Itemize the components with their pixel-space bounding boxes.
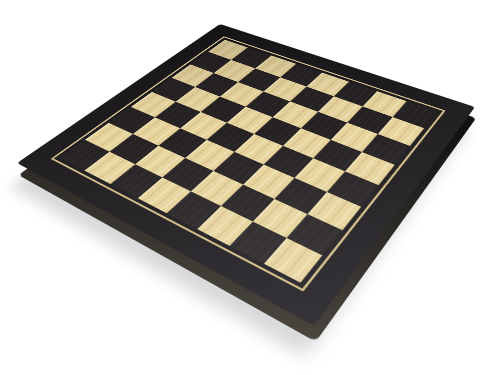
- chess-board: [17, 24, 475, 326]
- photo-background: [0, 0, 500, 375]
